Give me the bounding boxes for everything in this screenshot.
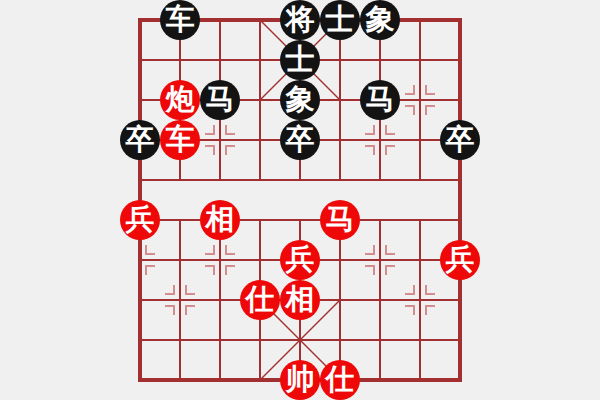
piece-layer: 车将士象士炮马象马卒车卒卒兵相马兵兵仕相帅仕 — [120, 0, 480, 400]
xiangqi-board: 车将士象士炮马象马卒车卒卒兵相马兵兵仕相帅仕 — [0, 0, 600, 400]
piece-red-horse[interactable]: 马 — [320, 200, 360, 240]
piece-glyph: 象 — [366, 5, 395, 34]
piece-red-advisor[interactable]: 仕 — [240, 280, 280, 320]
piece-black-chariot[interactable]: 车 — [160, 0, 200, 40]
piece-black-general[interactable]: 将 — [280, 0, 320, 40]
piece-glyph: 马 — [366, 85, 395, 114]
piece-glyph: 相 — [286, 285, 315, 314]
piece-glyph: 马 — [206, 85, 235, 114]
piece-glyph: 士 — [286, 45, 315, 74]
piece-glyph: 兵 — [446, 245, 475, 274]
piece-red-elephant[interactable]: 相 — [280, 280, 320, 320]
piece-glyph: 卒 — [126, 125, 155, 154]
piece-glyph: 将 — [286, 5, 315, 34]
piece-glyph: 炮 — [166, 85, 195, 114]
piece-glyph: 兵 — [286, 245, 315, 274]
piece-red-soldier[interactable]: 兵 — [280, 240, 320, 280]
piece-black-advisor[interactable]: 士 — [320, 0, 360, 40]
piece-glyph: 士 — [326, 5, 355, 34]
piece-black-horse[interactable]: 马 — [200, 80, 240, 120]
piece-red-advisor[interactable]: 仕 — [320, 360, 360, 400]
piece-glyph: 仕 — [246, 285, 275, 314]
piece-glyph: 卒 — [286, 125, 315, 154]
piece-glyph: 车 — [166, 125, 195, 154]
piece-black-elephant[interactable]: 象 — [280, 80, 320, 120]
piece-black-soldier[interactable]: 卒 — [440, 120, 480, 160]
piece-red-chariot[interactable]: 车 — [160, 120, 200, 160]
piece-black-advisor[interactable]: 士 — [280, 40, 320, 80]
piece-black-soldier[interactable]: 卒 — [280, 120, 320, 160]
piece-red-soldier[interactable]: 兵 — [440, 240, 480, 280]
piece-glyph: 兵 — [126, 205, 155, 234]
piece-red-cannon[interactable]: 炮 — [160, 80, 200, 120]
piece-glyph: 相 — [206, 205, 235, 234]
piece-black-horse[interactable]: 马 — [360, 80, 400, 120]
piece-glyph: 马 — [326, 205, 355, 234]
piece-glyph: 卒 — [446, 125, 475, 154]
piece-black-elephant[interactable]: 象 — [360, 0, 400, 40]
piece-black-soldier[interactable]: 卒 — [120, 120, 160, 160]
piece-glyph: 仕 — [326, 365, 355, 394]
piece-red-elephant[interactable]: 相 — [200, 200, 240, 240]
piece-red-general[interactable]: 帅 — [280, 360, 320, 400]
piece-glyph: 车 — [166, 5, 195, 34]
piece-glyph: 象 — [286, 85, 315, 114]
piece-glyph: 帅 — [286, 365, 315, 394]
piece-red-soldier[interactable]: 兵 — [120, 200, 160, 240]
